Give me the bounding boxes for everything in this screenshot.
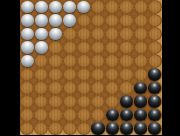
cell-r10c3[interactable] bbox=[48, 122, 62, 136]
cell-r6c10[interactable] bbox=[148, 68, 162, 82]
cell-r7c1[interactable] bbox=[20, 81, 34, 95]
cell-circle bbox=[134, 0, 148, 14]
cell-circle bbox=[91, 41, 105, 55]
cell-r3c3[interactable] bbox=[48, 27, 62, 41]
cell-r9c6[interactable] bbox=[91, 108, 105, 122]
black-stone[interactable] bbox=[134, 122, 147, 135]
cell-r7c2[interactable] bbox=[34, 81, 48, 95]
cell-circle bbox=[119, 14, 133, 28]
cell-r3c4[interactable] bbox=[63, 27, 77, 41]
cell-r8c10[interactable] bbox=[148, 95, 162, 109]
cell-circle bbox=[119, 27, 133, 41]
cell-circle bbox=[91, 14, 105, 28]
cell-r2c4[interactable] bbox=[63, 14, 77, 28]
black-stone[interactable] bbox=[148, 122, 161, 135]
cell-circle bbox=[63, 68, 77, 82]
cell-r4c3[interactable] bbox=[48, 41, 62, 55]
cell-r9c8[interactable] bbox=[119, 108, 133, 122]
cell-circle bbox=[134, 41, 148, 55]
cell-circle bbox=[77, 41, 91, 55]
white-stone[interactable] bbox=[21, 14, 34, 27]
cell-r10c4[interactable] bbox=[63, 122, 77, 136]
game-window bbox=[0, 0, 180, 135]
white-stone[interactable] bbox=[35, 14, 48, 27]
cell-r6c3[interactable] bbox=[48, 68, 62, 82]
cell-r10c2[interactable] bbox=[34, 122, 48, 136]
cell-circle bbox=[134, 14, 148, 28]
cell-r10c6[interactable] bbox=[91, 122, 105, 136]
cell-circle bbox=[63, 54, 77, 68]
left-black-margin bbox=[0, 0, 20, 135]
cell-circle bbox=[20, 122, 34, 136]
cell-circle bbox=[91, 27, 105, 41]
black-stone[interactable] bbox=[91, 122, 104, 135]
cell-circle bbox=[48, 95, 62, 109]
cell-r8c4[interactable] bbox=[63, 95, 77, 109]
cell-circle bbox=[105, 27, 119, 41]
cell-r8c9[interactable] bbox=[134, 95, 148, 109]
cell-r10c5[interactable] bbox=[77, 122, 91, 136]
cell-r5c8[interactable] bbox=[119, 54, 133, 68]
cell-circle bbox=[77, 14, 91, 28]
cell-r2c10[interactable] bbox=[148, 14, 162, 28]
cell-r10c1[interactable] bbox=[20, 122, 34, 136]
cell-r9c5[interactable] bbox=[77, 108, 91, 122]
cell-circle bbox=[91, 108, 105, 122]
cell-r1c9[interactable] bbox=[134, 0, 148, 14]
cell-r1c6[interactable] bbox=[91, 0, 105, 14]
cell-r9c4[interactable] bbox=[63, 108, 77, 122]
cell-r4c5[interactable] bbox=[77, 41, 91, 55]
cell-circle bbox=[77, 95, 91, 109]
cell-r9c1[interactable] bbox=[20, 108, 34, 122]
cell-circle bbox=[48, 122, 62, 136]
cell-circle bbox=[77, 68, 91, 82]
cell-r1c8[interactable] bbox=[119, 0, 133, 14]
cell-circle bbox=[63, 27, 77, 41]
cell-circle bbox=[148, 27, 162, 41]
cell-circle bbox=[63, 81, 77, 95]
cell-circle bbox=[77, 27, 91, 41]
cell-circle bbox=[148, 54, 162, 68]
cell-r5c10[interactable] bbox=[148, 54, 162, 68]
cell-circle bbox=[20, 95, 34, 109]
right-black-margin bbox=[162, 0, 180, 135]
cell-r3c6[interactable] bbox=[91, 27, 105, 41]
black-stone[interactable] bbox=[120, 122, 133, 135]
cell-r5c4[interactable] bbox=[63, 54, 77, 68]
cell-r3c5[interactable] bbox=[77, 27, 91, 41]
white-stone[interactable] bbox=[49, 1, 62, 14]
cell-circle bbox=[134, 54, 148, 68]
cell-circle bbox=[134, 27, 148, 41]
cell-circle bbox=[77, 108, 91, 122]
cell-r7c10[interactable] bbox=[148, 81, 162, 95]
cell-r7c7[interactable] bbox=[105, 81, 119, 95]
cell-circle bbox=[148, 14, 162, 28]
cell-circle bbox=[63, 108, 77, 122]
game-board bbox=[20, 0, 162, 135]
cell-r1c3[interactable] bbox=[48, 0, 62, 14]
white-stone[interactable] bbox=[35, 1, 48, 14]
cell-r5c6[interactable] bbox=[91, 54, 105, 68]
cell-r7c6[interactable] bbox=[91, 81, 105, 95]
cell-r5c5[interactable] bbox=[77, 54, 91, 68]
cell-r5c9[interactable] bbox=[134, 54, 148, 68]
cell-circle bbox=[34, 122, 48, 136]
cell-circle bbox=[148, 0, 162, 14]
black-stone[interactable] bbox=[106, 122, 119, 135]
cell-circle bbox=[48, 108, 62, 122]
cell-r4c10[interactable] bbox=[148, 41, 162, 55]
black-stone[interactable] bbox=[120, 109, 133, 122]
cell-r7c8[interactable] bbox=[119, 81, 133, 95]
cell-r4c6[interactable] bbox=[91, 41, 105, 55]
cell-circle bbox=[63, 95, 77, 109]
cell-r2c8[interactable] bbox=[119, 14, 133, 28]
cell-circle bbox=[34, 81, 48, 95]
cell-r3c9[interactable] bbox=[134, 27, 148, 41]
cell-r3c2[interactable] bbox=[34, 27, 48, 41]
cell-circle bbox=[91, 95, 105, 109]
cell-r5c2[interactable] bbox=[34, 54, 48, 68]
cell-circle bbox=[48, 41, 62, 55]
white-stone[interactable] bbox=[35, 28, 48, 41]
cell-r7c4[interactable] bbox=[63, 81, 77, 95]
cell-r1c1[interactable] bbox=[20, 0, 34, 14]
cell-r9c9[interactable] bbox=[134, 108, 148, 122]
cell-r7c9[interactable] bbox=[134, 81, 148, 95]
white-stone[interactable] bbox=[49, 14, 62, 27]
cell-circle bbox=[34, 54, 48, 68]
cell-r3c8[interactable] bbox=[119, 27, 133, 41]
cell-circle bbox=[77, 81, 91, 95]
cell-r6c6[interactable] bbox=[91, 68, 105, 82]
cell-r4c9[interactable] bbox=[134, 41, 148, 55]
cell-r1c5[interactable] bbox=[77, 0, 91, 14]
cell-r4c4[interactable] bbox=[63, 41, 77, 55]
cell-r9c2[interactable] bbox=[34, 108, 48, 122]
cell-circle bbox=[119, 54, 133, 68]
cell-circle bbox=[48, 68, 62, 82]
cell-circle bbox=[105, 81, 119, 95]
white-stone[interactable] bbox=[21, 55, 34, 68]
cell-circle bbox=[48, 54, 62, 68]
cell-r8c5[interactable] bbox=[77, 95, 91, 109]
black-stone[interactable] bbox=[148, 68, 161, 81]
cell-r7c3[interactable] bbox=[48, 81, 62, 95]
cell-r2c3[interactable] bbox=[48, 14, 62, 28]
black-stone[interactable] bbox=[106, 109, 119, 122]
cell-circle bbox=[119, 0, 133, 14]
cell-r4c8[interactable] bbox=[119, 41, 133, 55]
cell-circle bbox=[91, 81, 105, 95]
cell-r10c8[interactable] bbox=[119, 122, 133, 136]
white-stone[interactable] bbox=[21, 28, 34, 41]
cell-circle bbox=[91, 68, 105, 82]
cell-r3c7[interactable] bbox=[105, 27, 119, 41]
cell-r9c10[interactable] bbox=[148, 108, 162, 122]
black-stone[interactable] bbox=[134, 95, 147, 108]
cell-circle bbox=[77, 54, 91, 68]
cell-circle bbox=[20, 108, 34, 122]
cell-circle bbox=[20, 81, 34, 95]
cell-r10c10[interactable] bbox=[148, 122, 162, 136]
cell-r7c5[interactable] bbox=[77, 81, 91, 95]
cell-r5c7[interactable] bbox=[105, 54, 119, 68]
white-stone[interactable] bbox=[21, 1, 34, 14]
cell-circle bbox=[77, 122, 91, 136]
white-stone[interactable] bbox=[21, 41, 34, 54]
cell-circle bbox=[20, 68, 34, 82]
cell-r10c7[interactable] bbox=[105, 122, 119, 136]
cell-circle bbox=[134, 68, 148, 82]
cell-circle bbox=[105, 0, 119, 14]
white-stone[interactable] bbox=[35, 41, 48, 54]
cell-r2c9[interactable] bbox=[134, 14, 148, 28]
cell-r1c7[interactable] bbox=[105, 0, 119, 14]
cell-circle bbox=[63, 41, 77, 55]
cell-circle bbox=[119, 41, 133, 55]
cell-circle bbox=[34, 108, 48, 122]
cell-r6c5[interactable] bbox=[77, 68, 91, 82]
cell-r8c6[interactable] bbox=[91, 95, 105, 109]
cell-r1c2[interactable] bbox=[34, 0, 48, 14]
cell-r5c1[interactable] bbox=[20, 54, 34, 68]
cell-r3c1[interactable] bbox=[20, 27, 34, 41]
cell-r1c4[interactable] bbox=[63, 0, 77, 14]
cell-r2c5[interactable] bbox=[77, 14, 91, 28]
cell-circle bbox=[105, 54, 119, 68]
cell-circle bbox=[119, 81, 133, 95]
white-stone[interactable] bbox=[63, 14, 76, 27]
cell-r6c1[interactable] bbox=[20, 68, 34, 82]
cell-r6c4[interactable] bbox=[63, 68, 77, 82]
black-stone[interactable] bbox=[120, 95, 133, 108]
cell-r8c3[interactable] bbox=[48, 95, 62, 109]
cell-circle bbox=[48, 81, 62, 95]
cell-r6c9[interactable] bbox=[134, 68, 148, 82]
cell-r4c1[interactable] bbox=[20, 41, 34, 55]
cell-r2c6[interactable] bbox=[91, 14, 105, 28]
black-stone[interactable] bbox=[148, 95, 161, 108]
cell-r5c3[interactable] bbox=[48, 54, 62, 68]
cell-circle bbox=[91, 54, 105, 68]
cell-r2c1[interactable] bbox=[20, 14, 34, 28]
cell-circle bbox=[63, 122, 77, 136]
cell-circle bbox=[91, 0, 105, 14]
cell-r2c2[interactable] bbox=[34, 14, 48, 28]
cell-r4c2[interactable] bbox=[34, 41, 48, 55]
cell-r8c1[interactable] bbox=[20, 95, 34, 109]
cell-r6c8[interactable] bbox=[119, 68, 133, 82]
cell-circle bbox=[119, 68, 133, 82]
cell-r3c10[interactable] bbox=[148, 27, 162, 41]
cell-r9c3[interactable] bbox=[48, 108, 62, 122]
cell-r9c7[interactable] bbox=[105, 108, 119, 122]
cell-r10c9[interactable] bbox=[134, 122, 148, 136]
cell-r8c8[interactable] bbox=[119, 95, 133, 109]
white-stone[interactable] bbox=[49, 28, 62, 41]
cell-r1c10[interactable] bbox=[148, 0, 162, 14]
cell-circle bbox=[148, 41, 162, 55]
